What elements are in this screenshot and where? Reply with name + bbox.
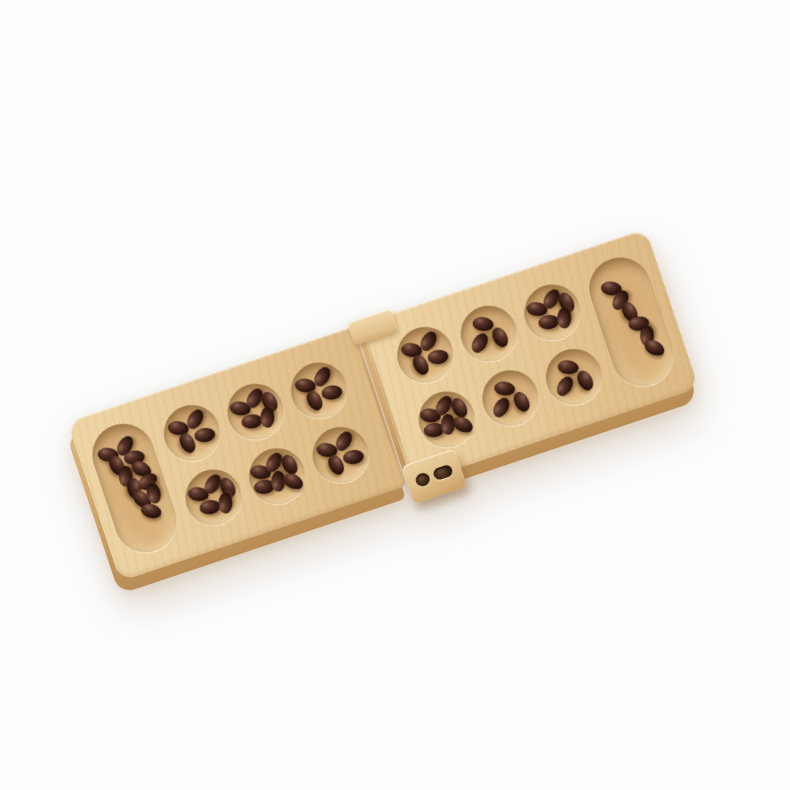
- seed-bean: [553, 374, 576, 399]
- seed-bean: [510, 389, 532, 414]
- pit-bottom-3[interactable]: [305, 420, 376, 491]
- seed-bean: [471, 316, 493, 332]
- seed-bean: [139, 502, 163, 521]
- latch-slot-icon: [432, 464, 454, 481]
- seed-bean: [342, 449, 365, 466]
- seed-bean: [193, 427, 216, 444]
- seed-bean: [493, 381, 515, 397]
- seed-bean: [488, 325, 510, 350]
- seed-bean: [490, 395, 513, 420]
- seed-bean: [320, 384, 343, 401]
- seed-bean: [218, 493, 233, 514]
- pit-bottom-5[interactable]: [475, 363, 546, 434]
- pit-top-2[interactable]: [220, 376, 291, 447]
- pit-top-1[interactable]: [157, 398, 228, 469]
- seed-bean: [260, 407, 275, 428]
- seed-bean: [468, 331, 491, 356]
- pit-top-5[interactable]: [453, 298, 524, 369]
- pit-bottom-2[interactable]: [242, 441, 313, 512]
- seed-bean: [557, 307, 572, 328]
- pit-bottom-4[interactable]: [411, 384, 482, 455]
- pit-top-6[interactable]: [517, 277, 588, 348]
- mancala-board: [67, 229, 699, 582]
- photo-background: [0, 0, 790, 790]
- pit-bottom-1[interactable]: [178, 462, 249, 533]
- pit-top-3[interactable]: [284, 355, 355, 426]
- pit-top-4[interactable]: [390, 320, 461, 391]
- latch-hole-icon: [414, 471, 431, 488]
- seed-bean: [556, 359, 578, 375]
- pit-bottom-6[interactable]: [539, 342, 610, 413]
- seed-bean: [426, 349, 449, 366]
- seed-bean: [574, 368, 596, 393]
